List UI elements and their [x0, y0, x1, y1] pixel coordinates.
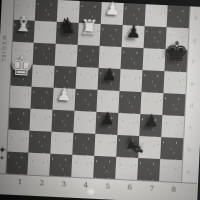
piece-black-pawn[interactable]: ♟	[125, 23, 141, 41]
piece-white-rook[interactable]: ♜	[80, 17, 100, 39]
square-a6[interactable]	[115, 157, 138, 180]
piece-black-king[interactable]: ♚	[164, 37, 190, 65]
square-b5[interactable]	[94, 134, 117, 157]
square-g5[interactable]	[100, 24, 123, 47]
square-f4[interactable]	[77, 45, 100, 68]
wooden-board: ♚♝♜♟♟♚♞♟♟♟♟♝ WEGIEL ✦ ✦ 12345678 hgfedcb…	[0, 0, 200, 200]
coordinate-number-4: 4	[75, 181, 97, 190]
board-photo: ♚♝♜♟♟♚♞♟♟♟♟♝ WEGIEL ✦ ✦ 12345678 hgfedcb…	[0, 0, 200, 200]
piece-black-knight[interactable]: ♞	[57, 15, 78, 38]
piece-white-bishop[interactable]: ♝	[13, 13, 34, 36]
coordinate-letter-b: b	[184, 138, 199, 161]
piece-white-pawn[interactable]: ♟	[56, 86, 72, 104]
square-a2[interactable]	[27, 153, 50, 176]
coordinate-letter-h: h	[191, 6, 200, 29]
piece-white-king[interactable]: ♚	[9, 52, 35, 80]
compass-star-icon: ✦ ✦	[0, 145, 10, 163]
coordinate-number-8: 8	[163, 185, 185, 194]
piece-black-pawn[interactable]: ♟	[99, 110, 115, 128]
square-d8[interactable]	[162, 93, 185, 116]
piece-black-pawn[interactable]: ♟	[101, 66, 117, 84]
square-c4[interactable]	[73, 111, 96, 134]
square-g7[interactable]	[144, 26, 167, 49]
square-f7[interactable]	[143, 48, 166, 71]
coordinate-number-3: 3	[53, 180, 75, 189]
piece-white-pawn[interactable]: ♟	[104, 0, 120, 18]
coordinate-number-6: 6	[119, 183, 141, 192]
coordinate-number-2: 2	[31, 179, 53, 188]
square-c2[interactable]	[29, 109, 52, 132]
square-a5[interactable]	[93, 156, 116, 179]
square-c1[interactable]	[7, 108, 30, 131]
coordinate-letter-g: g	[190, 28, 200, 51]
square-d4[interactable]	[74, 89, 97, 112]
square-a4[interactable]	[71, 155, 94, 178]
square-h8[interactable]	[167, 5, 190, 28]
coordinate-number-7: 7	[141, 184, 163, 193]
coordinate-letter-e: e	[187, 72, 200, 95]
square-d1[interactable]	[9, 86, 32, 109]
coordinate-number-5: 5	[97, 182, 119, 191]
square-e7[interactable]	[141, 70, 164, 93]
coordinate-letter-c: c	[185, 116, 200, 139]
coordinate-letter-a: a	[183, 160, 198, 183]
square-b8[interactable]	[160, 137, 183, 160]
square-c8[interactable]	[161, 115, 184, 138]
square-b4[interactable]	[72, 133, 95, 156]
square-d2[interactable]	[30, 87, 53, 110]
square-e4[interactable]	[76, 67, 99, 90]
coordinate-number-1: 1	[9, 178, 31, 187]
chess-board[interactable]: ♚♝♜♟♟♚♞♟♟♟♟♝	[5, 0, 189, 182]
square-e8[interactable]	[163, 71, 186, 94]
square-f3[interactable]	[55, 44, 78, 67]
piece-black-pawn[interactable]: ♟	[143, 112, 159, 130]
square-b2[interactable]	[28, 131, 51, 154]
square-c3[interactable]	[51, 110, 74, 133]
square-f6[interactable]	[121, 47, 144, 70]
bottom-coordinates: 12345678	[5, 178, 185, 195]
square-f2[interactable]	[33, 43, 56, 66]
square-d6[interactable]	[118, 91, 141, 114]
coordinate-letter-f: f	[188, 50, 200, 73]
brand-text: WEGIEL	[1, 35, 8, 64]
square-b3[interactable]	[50, 132, 73, 155]
square-e2[interactable]	[32, 65, 55, 88]
square-g2[interactable]	[34, 21, 57, 44]
reflection-dot	[88, 190, 93, 194]
square-h7[interactable]	[145, 4, 168, 27]
square-a3[interactable]	[49, 154, 72, 177]
square-e6[interactable]	[119, 69, 142, 92]
square-b1[interactable]	[6, 130, 29, 153]
square-a8[interactable]	[159, 159, 182, 182]
square-h2[interactable]	[35, 0, 58, 22]
coordinate-letter-d: d	[186, 94, 200, 117]
